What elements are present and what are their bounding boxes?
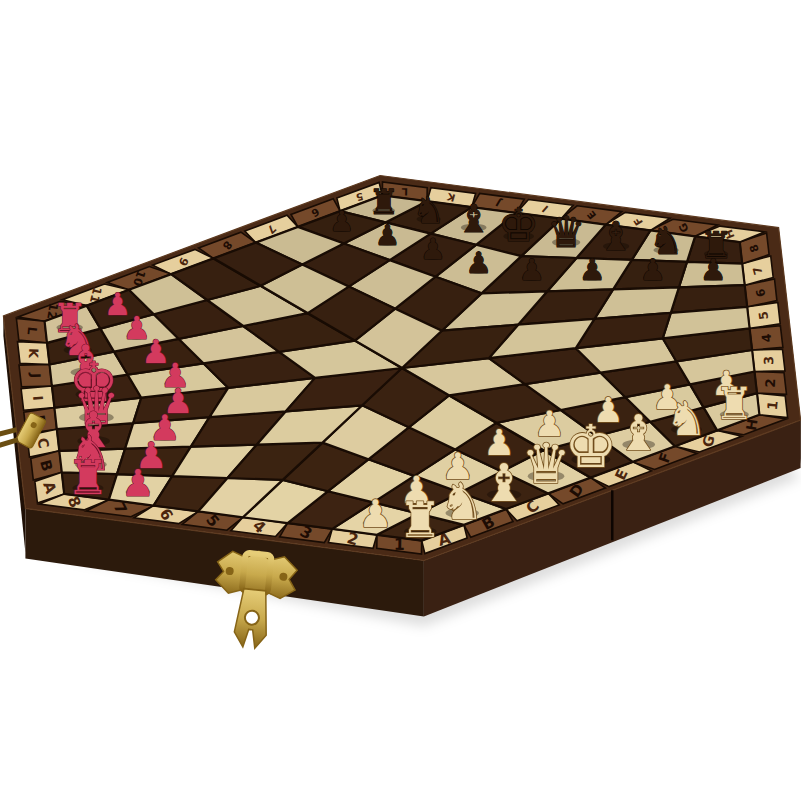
coordinate-label-top-right-L: L xyxy=(401,186,408,197)
piece-white-pawn-a2[interactable]: ♟ xyxy=(358,492,392,536)
piece-black-pawn-l2[interactable]: ♟ xyxy=(329,205,354,238)
piece-black-rook-l1[interactable]: ♜ xyxy=(368,182,399,222)
piece-black-knight-k1[interactable]: ♞ xyxy=(412,189,445,232)
piece-white-rook-h1[interactable]: ♜ xyxy=(715,378,754,429)
piece-black-bishop-j1[interactable]: ♝ xyxy=(456,196,491,241)
piece-white-bishop-c1[interactable]: ♝ xyxy=(481,453,528,513)
piece-black-pawn-f2[interactable]: ♟ xyxy=(579,253,605,287)
piece-white-king-e1[interactable]: ♚ xyxy=(564,412,617,481)
piece-black-pawn-e2[interactable]: ♟ xyxy=(518,253,544,287)
piece-black-pawn-g2[interactable]: ♟ xyxy=(639,253,665,287)
three-player-chess-board: Three-player chess — folding wooden hexa… xyxy=(0,0,801,801)
piece-black-pawn-h2[interactable]: ♟ xyxy=(700,253,726,287)
piece-black-pawn-k2[interactable]: ♟ xyxy=(375,219,400,252)
piece-black-queen-e1[interactable]: ♛ xyxy=(547,207,585,257)
piece-black-king-i1[interactable]: ♚ xyxy=(498,198,539,252)
coordinate-label-left-J: J xyxy=(28,372,43,378)
coordinate-label-right-3: 3 xyxy=(761,356,776,365)
coordinate-label-left-K: K xyxy=(26,348,41,360)
coordinate-label-right-4: 4 xyxy=(758,333,774,343)
coordinate-label-left-L: L xyxy=(24,326,39,335)
piece-red-rook-a1[interactable]: ♜ xyxy=(67,450,109,505)
coordinate-label-right-1: 1 xyxy=(764,400,781,411)
piece-white-knight-b1[interactable]: ♞ xyxy=(440,472,485,531)
piece-red-pawn-a2[interactable]: ♟ xyxy=(121,462,154,505)
piece-white-queen-d1[interactable]: ♛ xyxy=(521,432,571,496)
piece-white-bishop-f1[interactable]: ♝ xyxy=(617,404,661,462)
piece-black-pawn-i2[interactable]: ♟ xyxy=(465,246,491,280)
piece-white-knight-g1[interactable]: ♞ xyxy=(666,392,708,446)
piece-black-pawn-j2[interactable]: ♟ xyxy=(420,232,446,266)
piece-white-rook-a1[interactable]: ♜ xyxy=(398,491,442,549)
coordinate-label-right-2: 2 xyxy=(763,378,778,388)
product-photo-stage: Three-player chess — folding wooden hexa… xyxy=(0,0,801,801)
